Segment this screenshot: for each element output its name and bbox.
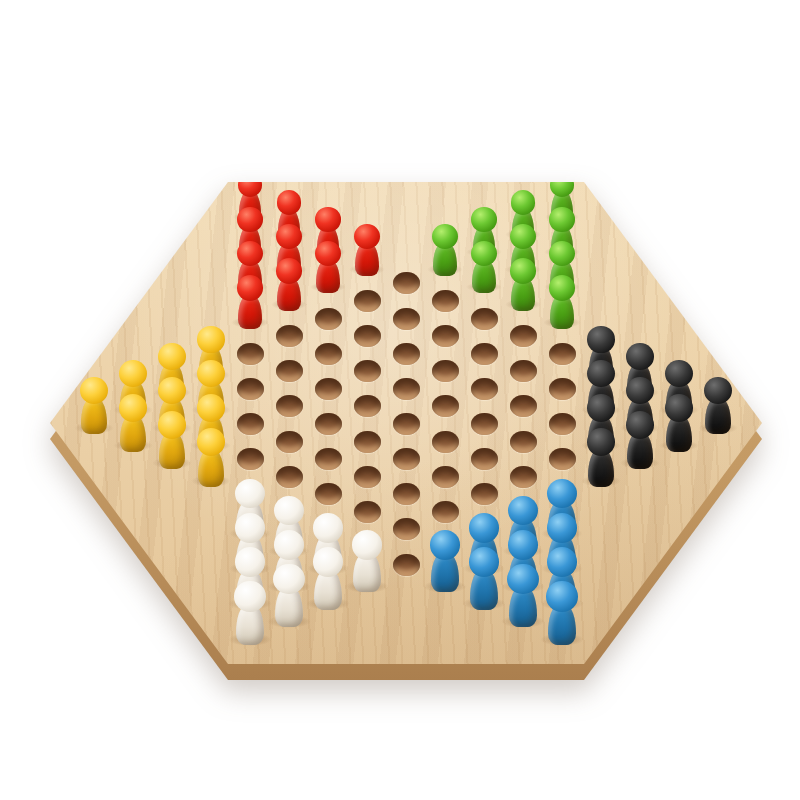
board-hole[interactable] — [510, 395, 537, 417]
peg-head — [235, 479, 265, 508]
peg-head — [471, 241, 497, 266]
board-hole[interactable] — [471, 378, 498, 400]
peg-head — [235, 547, 266, 577]
peg-yellow[interactable] — [118, 394, 149, 451]
peg-black[interactable] — [664, 394, 695, 451]
peg-head — [80, 377, 108, 404]
peg-head — [197, 428, 226, 456]
board-hole[interactable] — [393, 448, 420, 470]
peg-head — [549, 207, 574, 232]
board-hole[interactable] — [549, 343, 576, 365]
peg-head — [197, 394, 225, 422]
peg-white[interactable] — [311, 547, 344, 610]
peg-head — [237, 207, 262, 232]
peg-body — [81, 399, 107, 434]
peg-green[interactable] — [548, 275, 577, 328]
peg-yellow[interactable] — [195, 428, 226, 487]
board-hole[interactable] — [315, 308, 342, 330]
product-photo-scene — [0, 0, 800, 800]
board-hole[interactable] — [276, 325, 303, 347]
peg-head — [508, 496, 538, 525]
peg-head — [274, 496, 304, 525]
peg-head — [587, 428, 616, 456]
peg-head — [315, 241, 341, 266]
board-hole[interactable] — [237, 378, 264, 400]
peg-black[interactable] — [585, 428, 616, 487]
board-hole[interactable] — [315, 448, 342, 470]
board-hole[interactable] — [393, 554, 420, 576]
peg-head — [508, 530, 539, 560]
board-hole[interactable] — [315, 413, 342, 435]
peg-head — [511, 190, 536, 214]
peg-head — [547, 547, 578, 577]
board-hole[interactable] — [276, 466, 303, 488]
peg-head — [119, 394, 147, 422]
peg-head — [158, 411, 187, 439]
peg-yellow[interactable] — [156, 411, 187, 469]
board-hole[interactable] — [432, 360, 459, 382]
peg-red[interactable] — [236, 275, 265, 328]
peg-white[interactable] — [272, 564, 306, 627]
board-hole[interactable] — [510, 360, 537, 382]
peg-head — [430, 530, 461, 560]
peg-blue[interactable] — [428, 530, 461, 592]
peg-head — [469, 547, 500, 577]
peg-head — [432, 224, 457, 249]
peg-red[interactable] — [275, 258, 303, 311]
peg-head — [277, 190, 302, 214]
board-hole[interactable] — [354, 431, 381, 453]
peg-head — [626, 377, 654, 404]
board-hole[interactable] — [315, 483, 342, 505]
board-hole[interactable] — [354, 395, 381, 417]
board-hole[interactable] — [549, 448, 576, 470]
peg-head — [313, 547, 344, 577]
peg-head — [471, 207, 496, 232]
board-hole[interactable] — [432, 501, 459, 523]
board-hole[interactable] — [237, 448, 264, 470]
board-hole[interactable] — [354, 466, 381, 488]
peg-head — [626, 343, 653, 370]
peg-head — [313, 513, 343, 543]
board-hole[interactable] — [393, 378, 420, 400]
board-surface — [50, 182, 762, 664]
peg-blue[interactable] — [545, 581, 579, 645]
board-hole[interactable] — [393, 413, 420, 435]
board-hole[interactable] — [276, 431, 303, 453]
peg-head — [550, 173, 575, 197]
peg-blue[interactable] — [467, 547, 500, 610]
peg-head — [587, 326, 614, 352]
peg-head — [549, 275, 575, 301]
peg-head — [587, 360, 615, 387]
board-hole[interactable] — [510, 431, 537, 453]
peg-head — [197, 326, 224, 352]
board-hole[interactable] — [432, 325, 459, 347]
board-hole[interactable] — [354, 501, 381, 523]
board-hole[interactable] — [471, 483, 498, 505]
chinese-checkers-board — [50, 182, 762, 664]
peg-white[interactable] — [233, 581, 267, 645]
peg-head — [547, 513, 577, 543]
board-hole[interactable] — [432, 395, 459, 417]
peg-head — [510, 224, 535, 249]
peg-head — [547, 479, 577, 508]
peg-head — [549, 241, 575, 266]
peg-head — [274, 530, 305, 560]
peg-head — [158, 343, 185, 370]
peg-head — [354, 224, 379, 249]
board-hole[interactable] — [393, 518, 420, 540]
peg-green[interactable] — [470, 241, 498, 293]
peg-head — [273, 564, 304, 594]
peg-head — [234, 581, 265, 612]
peg-yellow[interactable] — [79, 377, 109, 434]
peg-head — [352, 530, 383, 560]
board-hole[interactable] — [471, 343, 498, 365]
peg-head — [469, 513, 499, 543]
board-hole[interactable] — [510, 325, 537, 347]
board-hole[interactable] — [432, 290, 459, 312]
board-hole[interactable] — [393, 272, 420, 294]
board-hole[interactable] — [315, 378, 342, 400]
peg-white[interactable] — [350, 530, 383, 592]
board-hole[interactable] — [393, 308, 420, 330]
peg-head — [665, 394, 693, 422]
peg-head — [587, 394, 615, 422]
peg-head — [276, 258, 302, 283]
board-hole[interactable] — [354, 360, 381, 382]
board-hole[interactable] — [237, 343, 264, 365]
peg-head — [119, 360, 147, 387]
peg-head — [546, 581, 577, 612]
board-hole[interactable] — [471, 413, 498, 435]
board-hole[interactable] — [393, 343, 420, 365]
peg-green[interactable] — [431, 224, 459, 276]
peg-head — [665, 360, 693, 387]
peg-blue[interactable] — [506, 564, 540, 627]
board-hole[interactable] — [471, 448, 498, 470]
board-hole[interactable] — [471, 308, 498, 330]
peg-head — [315, 207, 340, 232]
peg-green[interactable] — [509, 258, 537, 311]
peg-black[interactable] — [624, 411, 655, 469]
board-hole[interactable] — [510, 466, 537, 488]
peg-head — [507, 564, 538, 594]
peg-red[interactable] — [314, 241, 342, 293]
peg-red[interactable] — [353, 224, 381, 276]
peg-body — [705, 399, 731, 434]
board-hole[interactable] — [549, 378, 576, 400]
peg-head — [158, 377, 186, 404]
peg-black[interactable] — [703, 377, 733, 434]
board-hole[interactable] — [549, 413, 576, 435]
peg-head — [626, 411, 655, 439]
peg-head — [235, 513, 265, 543]
board-hole[interactable] — [237, 413, 264, 435]
peg-head — [276, 224, 301, 249]
peg-head — [510, 258, 536, 283]
peg-head — [237, 241, 263, 266]
board-hole[interactable] — [393, 483, 420, 505]
peg-head — [197, 360, 225, 387]
board-hole[interactable] — [276, 395, 303, 417]
board-hole[interactable] — [315, 343, 342, 365]
board-hole[interactable] — [354, 290, 381, 312]
peg-head — [237, 275, 263, 301]
board-hole[interactable] — [432, 431, 459, 453]
peg-head — [238, 173, 263, 197]
board-hole[interactable] — [276, 360, 303, 382]
board-hole[interactable] — [354, 325, 381, 347]
peg-head — [704, 377, 732, 404]
board-hole[interactable] — [432, 466, 459, 488]
